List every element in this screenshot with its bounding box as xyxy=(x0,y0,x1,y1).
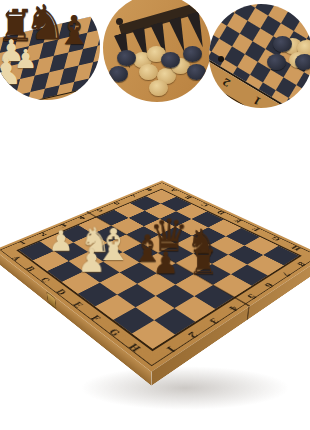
chess-board-grid: ♞♛♜♝♟♞♝♟♟ xyxy=(19,190,299,349)
thumb-board-corner: 321 xyxy=(209,4,310,108)
dark-checker-disc xyxy=(161,52,180,68)
thumb-backgammon xyxy=(103,0,211,102)
thumb3-frame-number: 2 xyxy=(221,76,233,89)
thumb1-dark-piece: ♝ xyxy=(56,10,92,50)
light-checker-disc xyxy=(139,64,158,80)
thumb3-frame-number: 1 xyxy=(251,94,263,107)
playing-field: ♞♛♜♝♟♞♝♟♟ xyxy=(16,189,302,351)
backgammon-point xyxy=(205,6,211,44)
box-shadow xyxy=(80,366,290,410)
dark-checker-disc xyxy=(295,54,310,70)
light-pawn: ♟ xyxy=(73,245,109,277)
box-side-seam xyxy=(247,306,250,320)
hinge-hole-dot xyxy=(116,18,123,25)
dark-pawn: ♟ xyxy=(148,249,184,279)
dark-checker-disc xyxy=(109,66,128,82)
dark-rook: ♜ xyxy=(185,245,221,279)
product-photo: E ♜♞♝♟♟♟ 321 ABCDEFGH xyxy=(0,0,310,430)
thumb1-light-piece: ♟ xyxy=(0,54,22,90)
chess-board: ABCDEFGH ABCDEFGH 87654321 87654321 ♞♛♜♝… xyxy=(0,181,310,372)
dark-checker-disc xyxy=(187,64,206,80)
dark-checker-disc xyxy=(273,36,292,52)
dark-checker-disc xyxy=(117,50,136,66)
thumb-chess-pieces: E ♜♞♝♟♟♟ xyxy=(0,0,100,100)
light-checker-disc xyxy=(149,80,168,96)
dark-checker-disc xyxy=(267,54,286,70)
chessboard-scene: ABCDEFGH ABCDEFGH 87654321 87654321 ♞♛♜♝… xyxy=(0,116,310,430)
dark-checker-disc xyxy=(183,46,202,62)
board-top-surface: ABCDEFGH ABCDEFGH 87654321 87654321 ♞♛♜♝… xyxy=(0,181,310,372)
peg-dot xyxy=(218,56,224,62)
backgammon-point xyxy=(187,11,209,49)
